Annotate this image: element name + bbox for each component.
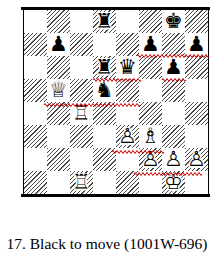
square-a4 (24, 102, 47, 125)
square-f3: ♝♗ (139, 125, 162, 148)
square-h7: ♟♟ (185, 33, 208, 56)
square-a7 (24, 33, 47, 56)
square-e2 (116, 148, 139, 171)
square-e3: ♟♙ (116, 125, 139, 148)
piece-glyph: ♟ (139, 33, 162, 56)
piece-glyph: ♙ (185, 148, 208, 171)
black-pawn-b7: ♟♟ (47, 33, 70, 56)
white-bishop-f3: ♝♗ (139, 125, 162, 148)
white-rook-c1: ♜♖ (70, 171, 93, 194)
square-h1 (185, 171, 208, 194)
black-knight-d5: ♞♞ (93, 79, 116, 102)
piece-glyph: ♜ (93, 56, 116, 79)
square-b1 (47, 171, 70, 194)
white-pawn-e3: ♟♙ (116, 125, 139, 148)
white-pawn-g2: ♟♙ (162, 148, 185, 171)
diagram-caption: 17. Black to move (1001W-696) (0, 235, 214, 253)
square-c8 (70, 10, 93, 33)
square-b2 (47, 148, 70, 171)
piece-glyph: ♚ (162, 10, 185, 33)
square-h6 (185, 56, 208, 79)
piece-glyph: ♜ (93, 10, 116, 33)
white-pawn-h2: ♟♙ (185, 148, 208, 171)
square-a6 (24, 56, 47, 79)
square-b5: ♛♕ (47, 79, 70, 102)
white-queen-b5: ♛♕ (47, 79, 70, 102)
square-c6 (70, 56, 93, 79)
square-b8 (47, 10, 70, 33)
square-f1 (139, 171, 162, 194)
square-c5 (70, 79, 93, 102)
white-king-g1: ♚♔ (162, 171, 185, 194)
black-rook-d6: ♜♜ (93, 56, 116, 79)
piece-glyph: ♕ (47, 79, 70, 102)
black-pawn-h7: ♟♟ (185, 33, 208, 56)
chess-board: ♜♜♚♚♟♟♟♟♟♟♜♜♛♛♟♟♛♕♞♞♜♖♟♙♝♗♟♙♟♙♟♙♜♖♚♔ (24, 10, 208, 194)
square-d2 (93, 148, 116, 171)
square-d8: ♜♜ (93, 10, 116, 33)
square-c2 (70, 148, 93, 171)
piece-glyph: ♟ (162, 56, 185, 79)
piece-glyph: ♖ (70, 171, 93, 194)
square-f2: ♟♙ (139, 148, 162, 171)
piece-glyph: ♗ (139, 125, 162, 148)
square-g3 (162, 125, 185, 148)
square-b4 (47, 102, 70, 125)
square-c3 (70, 125, 93, 148)
square-h5 (185, 79, 208, 102)
square-a8 (24, 10, 47, 33)
square-b7: ♟♟ (47, 33, 70, 56)
square-b6 (47, 56, 70, 79)
square-c4: ♜♖ (70, 102, 93, 125)
square-g8: ♚♚ (162, 10, 185, 33)
piece-glyph: ♟ (47, 33, 70, 56)
square-g4 (162, 102, 185, 125)
board-right-border (208, 10, 209, 194)
black-king-g8: ♚♚ (162, 10, 185, 33)
piece-glyph: ♖ (70, 102, 93, 125)
black-rook-d8: ♜♜ (93, 10, 116, 33)
square-g7 (162, 33, 185, 56)
white-rook-c4: ♜♖ (70, 102, 93, 125)
piece-glyph: ♞ (93, 79, 116, 102)
square-e6: ♛♛ (116, 56, 139, 79)
square-d3 (93, 125, 116, 148)
square-c1: ♜♖ (70, 171, 93, 194)
black-pawn-g6: ♟♟ (162, 56, 185, 79)
square-f7: ♟♟ (139, 33, 162, 56)
square-f5 (139, 79, 162, 102)
square-h2: ♟♙ (185, 148, 208, 171)
piece-glyph: ♔ (162, 171, 185, 194)
square-d6: ♜♜ (93, 56, 116, 79)
square-f6 (139, 56, 162, 79)
square-g2: ♟♙ (162, 148, 185, 171)
square-e7 (116, 33, 139, 56)
square-e5 (116, 79, 139, 102)
square-f4 (139, 102, 162, 125)
square-h8 (185, 10, 208, 33)
square-g6: ♟♟ (162, 56, 185, 79)
square-h3 (185, 125, 208, 148)
square-h4 (185, 102, 208, 125)
square-e1 (116, 171, 139, 194)
piece-glyph: ♛ (116, 56, 139, 79)
square-d7 (93, 33, 116, 56)
piece-glyph: ♙ (116, 125, 139, 148)
piece-glyph: ♙ (162, 148, 185, 171)
square-e8 (116, 10, 139, 33)
board-bottom-border (21, 194, 210, 197)
square-d5: ♞♞ (93, 79, 116, 102)
square-e4 (116, 102, 139, 125)
square-d4 (93, 102, 116, 125)
square-c7 (70, 33, 93, 56)
black-pawn-f7: ♟♟ (139, 33, 162, 56)
square-f8 (139, 10, 162, 33)
black-queen-e6: ♛♛ (116, 56, 139, 79)
square-b3 (47, 125, 70, 148)
square-a1 (24, 171, 47, 194)
square-a5 (24, 79, 47, 102)
square-g1: ♚♔ (162, 171, 185, 194)
square-a2 (24, 148, 47, 171)
piece-glyph: ♟ (185, 33, 208, 56)
white-pawn-f2: ♟♙ (139, 148, 162, 171)
piece-glyph: ♙ (139, 148, 162, 171)
square-g5 (162, 79, 185, 102)
square-a3 (24, 125, 47, 148)
square-d1 (93, 171, 116, 194)
